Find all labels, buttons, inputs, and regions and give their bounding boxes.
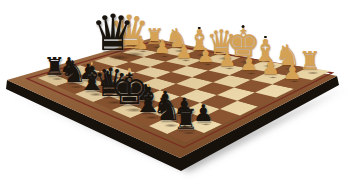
piece-white-pawn-g2: ♟	[261, 57, 280, 78]
piece-white-pawn-b2: ♟	[154, 38, 171, 57]
chess-set-product-photo: ♜♞♟♛♝♟♛♛♟♚♟♝♟♞♜♟♟♟♜♟♟♞♟♝♟♛♟♚♟♟♝♟♞♜	[0, 0, 350, 187]
bishop-contrast-finial	[264, 36, 267, 39]
piece-black-rook-h8: ♜	[173, 106, 198, 134]
piece-white-pawn-f2: ♟	[240, 53, 258, 73]
piece-white-pawn-d2: ♟	[197, 46, 215, 66]
piece-white-pawn-h2: ♟	[283, 61, 302, 82]
king-contrast-finial	[242, 25, 245, 28]
extra-black-queen: ♛	[91, 8, 136, 58]
king-contrast-finial	[128, 68, 131, 71]
piece-white-pawn-c2: ♟	[175, 42, 192, 61]
bishop-contrast-finial	[147, 84, 150, 87]
piece-white-pawn-e2: ♟	[218, 49, 236, 69]
bishop-contrast-finial	[198, 27, 201, 30]
piece-white-rook-h1: ♜	[299, 49, 321, 74]
